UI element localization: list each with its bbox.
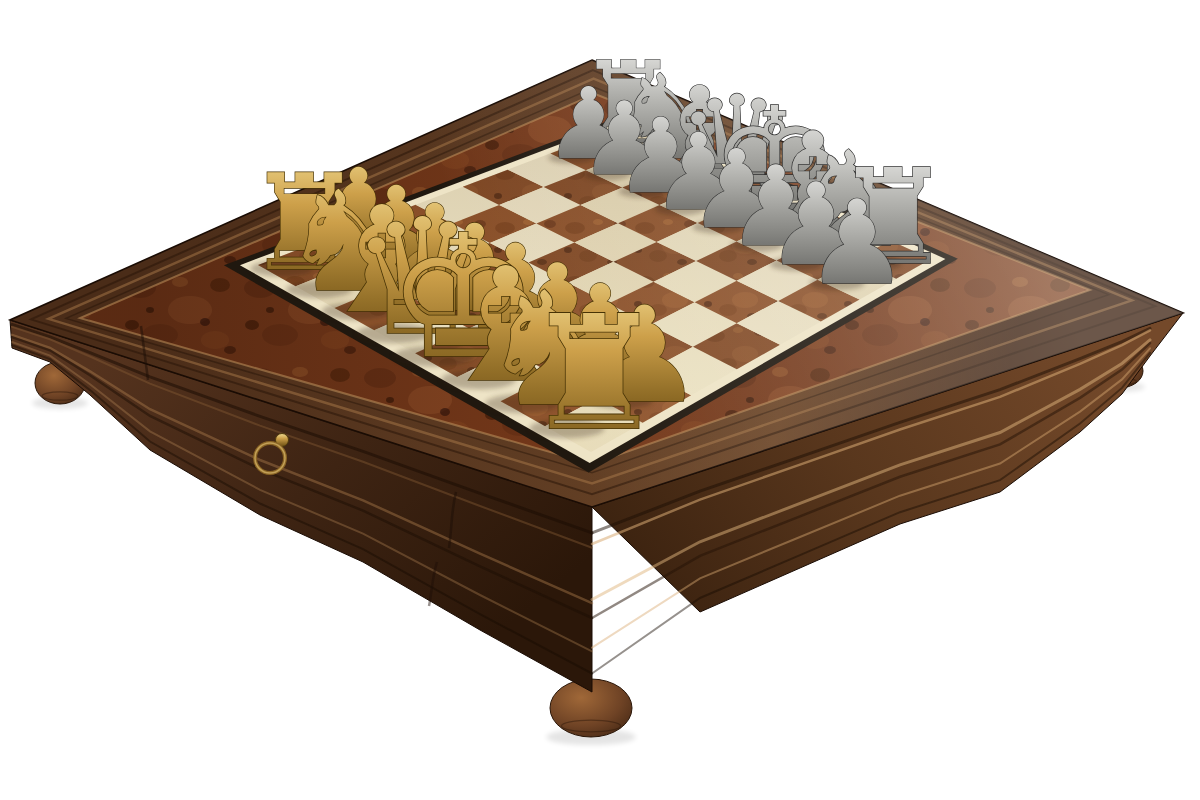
- piece-black-pawn-h7: ♟: [805, 175, 909, 310]
- chess-set-photo: ♜♟♞♟♝♟♛♟♚♝♟♞♟♟♜♟♟♜♟♟♞♟♝♟♛♟♚♟♝♟♞♜: [0, 0, 1200, 800]
- piece-white-rook-h1: ♜: [523, 281, 665, 465]
- scene-svg: ♜♟♞♟♝♟♛♟♚♝♟♞♟♟♜♟♟♜♟♟♞♟♝♟♛♟♚♟♝♟♞♜: [0, 0, 1200, 800]
